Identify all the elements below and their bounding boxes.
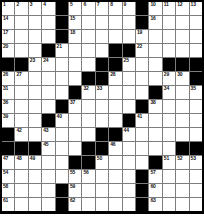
cell-r8c10[interactable] xyxy=(123,100,135,113)
cell-r3c12[interactable] xyxy=(149,30,161,43)
cell-r6c5[interactable] xyxy=(56,72,68,85)
cell-r13c6[interactable]: 55 xyxy=(69,170,81,183)
cell-r10c6[interactable] xyxy=(69,128,81,141)
cell-r1c3[interactable]: 3 xyxy=(29,2,41,15)
clue-number-19: 19 xyxy=(137,30,142,35)
clue-number-63: 63 xyxy=(150,198,155,203)
clue-number-56: 56 xyxy=(83,170,88,175)
clue-number-20: 20 xyxy=(3,44,8,49)
cell-r9c2[interactable] xyxy=(15,114,27,127)
cell-r4c12[interactable] xyxy=(149,44,161,57)
cell-r12c5[interactable] xyxy=(56,156,68,169)
cell-r2c13[interactable] xyxy=(163,16,175,29)
cell-r5c11[interactable] xyxy=(136,58,148,71)
crossword-page: 1234567891011121314151617181920212223242… xyxy=(0,0,204,216)
cell-r10c7[interactable] xyxy=(82,128,94,141)
cell-r2c14[interactable] xyxy=(176,16,188,29)
cell-r4c15[interactable] xyxy=(190,44,202,57)
cell-r4c9 xyxy=(109,44,121,57)
clue-number-47: 47 xyxy=(3,156,8,161)
cell-r4c10 xyxy=(123,44,135,57)
cell-r2c5 xyxy=(56,16,68,29)
cell-r8c12[interactable]: 38 xyxy=(149,100,161,113)
cell-r4c3[interactable] xyxy=(29,44,41,57)
cell-r9c15[interactable] xyxy=(190,114,202,127)
cell-r6c15 xyxy=(190,72,202,85)
cell-r8c6[interactable]: 37 xyxy=(69,100,81,113)
clue-number-29: 29 xyxy=(164,72,169,77)
cell-r11c11[interactable] xyxy=(136,142,148,155)
cell-r8c3[interactable] xyxy=(29,100,41,113)
clue-number-8: 8 xyxy=(110,2,113,7)
clue-number-4: 4 xyxy=(43,2,46,7)
cell-r3c15[interactable] xyxy=(190,30,202,43)
cell-r13c2[interactable] xyxy=(15,170,27,183)
cell-r12c13[interactable]: 51 xyxy=(163,156,175,169)
cell-r1c5 xyxy=(56,2,68,15)
cell-r13c14[interactable] xyxy=(176,170,188,183)
cell-r11c12[interactable] xyxy=(149,142,161,155)
cell-r7c8[interactable]: 33 xyxy=(96,86,108,99)
cell-r12c6 xyxy=(69,156,81,169)
cell-r15c7[interactable] xyxy=(82,198,94,211)
cell-r9c5[interactable]: 40 xyxy=(56,114,68,127)
cell-r8c11 xyxy=(136,100,148,113)
clue-number-35: 35 xyxy=(191,86,196,91)
clue-number-17: 17 xyxy=(3,30,8,35)
cell-r8c1[interactable]: 36 xyxy=(2,100,14,113)
cell-r7c10[interactable] xyxy=(123,86,135,99)
cell-r10c9 xyxy=(109,128,121,141)
cell-r10c14[interactable] xyxy=(176,128,188,141)
cell-r14c1[interactable]: 58 xyxy=(2,184,14,197)
cell-r2c10[interactable] xyxy=(123,16,135,29)
clue-number-23: 23 xyxy=(30,58,35,63)
cell-r7c15[interactable]: 35 xyxy=(190,86,202,99)
cell-r12c8[interactable]: 50 xyxy=(96,156,108,169)
cell-r11c14 xyxy=(176,142,188,155)
clue-number-22: 22 xyxy=(137,44,142,49)
cell-r7c11[interactable] xyxy=(136,86,148,99)
clue-number-40: 40 xyxy=(57,114,62,119)
cell-r5c15 xyxy=(190,58,202,71)
cell-r12c12 xyxy=(149,156,161,169)
clue-number-21: 21 xyxy=(57,44,62,49)
cell-r15c2[interactable] xyxy=(15,198,27,211)
cell-r7c12 xyxy=(149,86,161,99)
cell-r9c13[interactable] xyxy=(163,114,175,127)
cell-r11c4[interactable]: 45 xyxy=(42,142,54,155)
cell-r14c5 xyxy=(56,184,68,197)
clue-number-7: 7 xyxy=(97,2,100,7)
cell-r14c7[interactable] xyxy=(82,184,94,197)
cell-r12c11[interactable] xyxy=(136,156,148,169)
cell-r3c10[interactable] xyxy=(123,30,135,43)
cell-r9c7[interactable] xyxy=(82,114,94,127)
cell-r2c3[interactable] xyxy=(29,16,41,29)
cell-r11c2 xyxy=(15,142,27,155)
cell-r1c11 xyxy=(136,2,148,15)
cell-r4c11[interactable]: 22 xyxy=(136,44,148,57)
clue-number-16: 16 xyxy=(150,16,155,21)
cell-r6c3[interactable] xyxy=(29,72,41,85)
clue-number-50: 50 xyxy=(97,156,102,161)
cell-r10c3[interactable] xyxy=(29,128,41,141)
cell-r11c8 xyxy=(96,142,108,155)
cell-r5c10[interactable]: 25 xyxy=(123,58,135,71)
clue-number-27: 27 xyxy=(16,72,21,77)
cell-r9c10 xyxy=(123,114,135,127)
cell-r5c3[interactable]: 23 xyxy=(29,58,41,71)
clue-number-58: 58 xyxy=(3,184,8,189)
cell-r4c7[interactable] xyxy=(82,44,94,57)
cell-r3c8[interactable] xyxy=(96,30,108,43)
cell-r10c1 xyxy=(2,128,14,141)
cell-r3c5 xyxy=(56,30,68,43)
cell-r2c8[interactable] xyxy=(96,16,108,29)
cell-r6c8 xyxy=(96,72,108,85)
clue-number-57: 57 xyxy=(150,170,155,175)
cell-r5c8 xyxy=(96,58,108,71)
clue-number-9: 9 xyxy=(124,2,127,7)
cell-r6c4[interactable] xyxy=(42,72,54,85)
cell-r8c9[interactable] xyxy=(109,100,121,113)
cell-r6c9[interactable]: 28 xyxy=(109,72,121,85)
cell-r11c1 xyxy=(2,142,14,155)
clue-number-43: 43 xyxy=(43,128,48,133)
cell-r15c15[interactable] xyxy=(190,198,202,211)
cell-r8c4[interactable] xyxy=(42,100,54,113)
cell-r9c6[interactable] xyxy=(69,114,81,127)
cell-r13c9[interactable] xyxy=(109,170,121,183)
clue-number-54: 54 xyxy=(3,170,8,175)
clue-number-15: 15 xyxy=(70,16,75,21)
cell-r13c1[interactable]: 54 xyxy=(2,170,14,183)
cell-r1c1[interactable]: 1 xyxy=(2,2,14,15)
cell-r14c4[interactable] xyxy=(42,184,54,197)
cell-r9c3[interactable] xyxy=(29,114,41,127)
cell-r14c6[interactable]: 59 xyxy=(69,184,81,197)
clue-number-46: 46 xyxy=(110,142,115,147)
cell-r5c12[interactable] xyxy=(149,58,161,71)
clue-number-34: 34 xyxy=(164,86,169,91)
cell-r5c9 xyxy=(109,58,121,71)
cell-r6c6[interactable] xyxy=(69,72,81,85)
cell-r9c8[interactable] xyxy=(96,114,108,127)
cell-r10c13[interactable] xyxy=(163,128,175,141)
clue-number-28: 28 xyxy=(110,72,115,77)
cell-r2c11 xyxy=(136,16,148,29)
cell-r4c4 xyxy=(42,44,54,57)
cell-r9c1[interactable]: 39 xyxy=(2,114,14,127)
cell-r13c15[interactable] xyxy=(190,170,202,183)
cell-r14c14[interactable] xyxy=(176,184,188,197)
cell-r2c4[interactable] xyxy=(42,16,54,29)
cell-r12c14[interactable]: 52 xyxy=(176,156,188,169)
clue-number-32: 32 xyxy=(83,86,88,91)
cell-r1c2[interactable]: 2 xyxy=(15,2,27,15)
cell-r14c9[interactable] xyxy=(109,184,121,197)
cell-r3c14[interactable] xyxy=(176,30,188,43)
cell-r13c11 xyxy=(136,170,148,183)
cell-r8c5 xyxy=(56,100,68,113)
cell-r13c5[interactable] xyxy=(56,170,68,183)
cell-r5c13 xyxy=(163,58,175,71)
cell-r3c13[interactable] xyxy=(163,30,175,43)
cell-r12c9[interactable] xyxy=(109,156,121,169)
cell-r3c6[interactable]: 18 xyxy=(69,30,81,43)
cell-r6c7 xyxy=(82,72,94,85)
cell-r10c8 xyxy=(96,128,108,141)
cell-r9c4 xyxy=(42,114,54,127)
cell-r2c6[interactable]: 15 xyxy=(69,16,81,29)
clue-number-24: 24 xyxy=(43,58,48,63)
cell-r8c8[interactable] xyxy=(96,100,108,113)
cell-r7c4[interactable] xyxy=(42,86,54,99)
clue-number-39: 39 xyxy=(3,114,8,119)
cell-r6c11[interactable] xyxy=(136,72,148,85)
cell-r4c1[interactable]: 20 xyxy=(2,44,14,57)
cell-r6c14[interactable]: 30 xyxy=(176,72,188,85)
clue-number-1: 1 xyxy=(3,2,6,7)
cell-r5c7[interactable] xyxy=(82,58,94,71)
clue-number-52: 52 xyxy=(177,156,182,161)
cell-r12c3[interactable]: 49 xyxy=(29,156,41,169)
cell-r3c4[interactable] xyxy=(42,30,54,43)
cell-r15c3[interactable] xyxy=(29,198,41,211)
cell-r7c2[interactable] xyxy=(15,86,27,99)
cell-r12c7 xyxy=(82,156,94,169)
cell-r14c3[interactable] xyxy=(29,184,41,197)
cell-r2c7[interactable] xyxy=(82,16,94,29)
cell-r6c1[interactable]: 26 xyxy=(2,72,14,85)
clue-number-41: 41 xyxy=(137,114,142,119)
crossword-board: 1234567891011121314151617181920212223242… xyxy=(0,0,204,214)
cell-r14c2[interactable] xyxy=(15,184,27,197)
cell-r7c13[interactable]: 34 xyxy=(163,86,175,99)
cell-r10c11[interactable] xyxy=(136,128,148,141)
cell-r11c13[interactable] xyxy=(163,142,175,155)
cell-r11c10[interactable] xyxy=(123,142,135,155)
cell-r2c12[interactable]: 16 xyxy=(149,16,161,29)
cell-r12c2[interactable]: 48 xyxy=(15,156,27,169)
cell-r11c9[interactable]: 46 xyxy=(109,142,121,155)
clue-number-51: 51 xyxy=(164,156,169,161)
cell-r13c13[interactable] xyxy=(163,170,175,183)
cell-r3c7[interactable] xyxy=(82,30,94,43)
cell-r4c8[interactable] xyxy=(96,44,108,57)
clue-number-60: 60 xyxy=(150,184,155,189)
cell-r6c12[interactable] xyxy=(149,72,161,85)
cell-r12c15[interactable]: 53 xyxy=(190,156,202,169)
clue-number-3: 3 xyxy=(30,2,33,7)
clue-number-33: 33 xyxy=(97,86,102,91)
cell-r13c8[interactable] xyxy=(96,170,108,183)
cell-r7c14[interactable] xyxy=(176,86,188,99)
cell-r9c12[interactable] xyxy=(149,114,161,127)
cell-r11c5[interactable] xyxy=(56,142,68,155)
clue-number-42: 42 xyxy=(16,128,21,133)
cell-r6c13[interactable]: 29 xyxy=(163,72,175,85)
cell-r10c12[interactable] xyxy=(149,128,161,141)
cell-r5c5[interactable] xyxy=(56,58,68,71)
cell-r6c2[interactable]: 27 xyxy=(15,72,27,85)
cell-r1c10[interactable]: 9 xyxy=(123,2,135,15)
cell-r4c14[interactable] xyxy=(176,44,188,57)
cell-r12c1[interactable]: 47 xyxy=(2,156,14,169)
cell-r7c5[interactable] xyxy=(56,86,68,99)
cell-r10c5[interactable] xyxy=(56,128,68,141)
clue-number-59: 59 xyxy=(70,184,75,189)
cell-r12c10[interactable] xyxy=(123,156,135,169)
cell-r1c8[interactable]: 7 xyxy=(96,2,108,15)
cell-r10c10[interactable]: 44 xyxy=(123,128,135,141)
cell-r1c9[interactable]: 8 xyxy=(109,2,121,15)
cell-r13c3[interactable] xyxy=(29,170,41,183)
cell-r10c2[interactable]: 42 xyxy=(15,128,27,141)
cell-r15c11 xyxy=(136,198,148,211)
clue-number-61: 61 xyxy=(3,198,8,203)
cell-r4c13[interactable] xyxy=(163,44,175,57)
cell-r5c6[interactable] xyxy=(69,58,81,71)
cell-r15c8[interactable] xyxy=(96,198,108,211)
cell-r3c9[interactable] xyxy=(109,30,121,43)
cell-r14c12[interactable]: 60 xyxy=(149,184,161,197)
cell-r2c15[interactable] xyxy=(190,16,202,29)
clue-number-37: 37 xyxy=(70,100,75,105)
cell-r3c1[interactable]: 17 xyxy=(2,30,14,43)
cell-r4c2[interactable] xyxy=(15,44,27,57)
cell-r15c9[interactable] xyxy=(109,198,121,211)
cell-r11c6[interactable] xyxy=(69,142,81,155)
cell-r9c11[interactable]: 41 xyxy=(136,114,148,127)
cell-r7c1[interactable]: 31 xyxy=(2,86,14,99)
clue-number-48: 48 xyxy=(16,156,21,161)
cell-r1c13[interactable]: 11 xyxy=(163,2,175,15)
cell-r1c6[interactable]: 5 xyxy=(69,2,81,15)
clue-number-55: 55 xyxy=(70,170,75,175)
clue-number-26: 26 xyxy=(3,72,8,77)
clue-number-31: 31 xyxy=(3,86,8,91)
cell-r11c7 xyxy=(82,142,94,155)
cell-r15c1[interactable]: 61 xyxy=(2,198,14,211)
clue-number-45: 45 xyxy=(43,142,48,147)
clue-number-2: 2 xyxy=(16,2,19,7)
cell-r14c8[interactable] xyxy=(96,184,108,197)
cell-r7c3[interactable] xyxy=(29,86,41,99)
cell-r1c15[interactable]: 13 xyxy=(190,2,202,15)
cell-r14c10[interactable] xyxy=(123,184,135,197)
cell-r7c7[interactable]: 32 xyxy=(82,86,94,99)
clue-number-49: 49 xyxy=(30,156,35,161)
cell-r14c11 xyxy=(136,184,148,197)
cell-r7c6 xyxy=(69,86,81,99)
cell-r8c14[interactable] xyxy=(176,100,188,113)
clue-number-10: 10 xyxy=(150,2,155,7)
cell-r5c14 xyxy=(176,58,188,71)
clue-number-36: 36 xyxy=(3,100,8,105)
clue-number-11: 11 xyxy=(164,2,169,7)
clue-number-12: 12 xyxy=(177,2,182,7)
cell-r15c13[interactable] xyxy=(163,198,175,211)
cell-r13c10[interactable] xyxy=(123,170,135,183)
cell-r15c5 xyxy=(56,198,68,211)
clue-number-62: 62 xyxy=(70,198,75,203)
cell-r14c15[interactable] xyxy=(190,184,202,197)
cell-r15c10[interactable] xyxy=(123,198,135,211)
cell-r14c13[interactable] xyxy=(163,184,175,197)
cell-r8c15[interactable] xyxy=(190,100,202,113)
cell-r10c4[interactable]: 43 xyxy=(42,128,54,141)
cell-r10c15[interactable] xyxy=(190,128,202,141)
clue-number-25: 25 xyxy=(124,58,129,63)
cell-r8c2[interactable] xyxy=(15,100,27,113)
cell-r1c7[interactable]: 6 xyxy=(82,2,94,15)
cell-r13c12[interactable]: 57 xyxy=(149,170,161,183)
cell-r1c12[interactable]: 10 xyxy=(149,2,161,15)
cell-r11c15 xyxy=(190,142,202,155)
clue-number-53: 53 xyxy=(191,156,196,161)
cell-r9c9[interactable] xyxy=(109,114,121,127)
cell-r4c6[interactable] xyxy=(69,44,81,57)
clue-number-18: 18 xyxy=(70,30,75,35)
cell-r2c2[interactable] xyxy=(15,16,27,29)
cell-r5c1 xyxy=(2,58,14,71)
clue-number-44: 44 xyxy=(124,128,129,133)
cell-r11c3 xyxy=(29,142,41,155)
cell-r15c4[interactable] xyxy=(42,198,54,211)
cell-r13c7[interactable]: 56 xyxy=(82,170,94,183)
cell-r3c2[interactable] xyxy=(15,30,27,43)
clue-number-14: 14 xyxy=(3,16,8,21)
cell-r7c9[interactable] xyxy=(109,86,121,99)
clue-number-38: 38 xyxy=(150,100,155,105)
cell-r8c7[interactable] xyxy=(82,100,94,113)
cell-r15c6[interactable]: 62 xyxy=(69,198,81,211)
clue-number-5: 5 xyxy=(70,2,73,7)
cell-r1c4[interactable]: 4 xyxy=(42,2,54,15)
clue-number-13: 13 xyxy=(191,2,196,7)
cell-r6c10[interactable] xyxy=(123,72,135,85)
clue-number-30: 30 xyxy=(177,72,182,77)
cell-r12c4[interactable] xyxy=(42,156,54,169)
cell-r5c2 xyxy=(15,58,27,71)
cell-r2c1[interactable]: 14 xyxy=(2,16,14,29)
cell-r3c11[interactable]: 19 xyxy=(136,30,148,43)
cell-r13c4[interactable] xyxy=(42,170,54,183)
cell-r15c14[interactable] xyxy=(176,198,188,211)
cell-r15c12[interactable]: 63 xyxy=(149,198,161,211)
cell-r4c5[interactable]: 21 xyxy=(56,44,68,57)
cell-r1c14[interactable]: 12 xyxy=(176,2,188,15)
cell-r2c9[interactable] xyxy=(109,16,121,29)
cell-r3c3[interactable] xyxy=(29,30,41,43)
cell-r5c4[interactable]: 24 xyxy=(42,58,54,71)
cell-r9c14[interactable] xyxy=(176,114,188,127)
clue-number-6: 6 xyxy=(83,2,86,7)
cell-r8c13[interactable] xyxy=(163,100,175,113)
